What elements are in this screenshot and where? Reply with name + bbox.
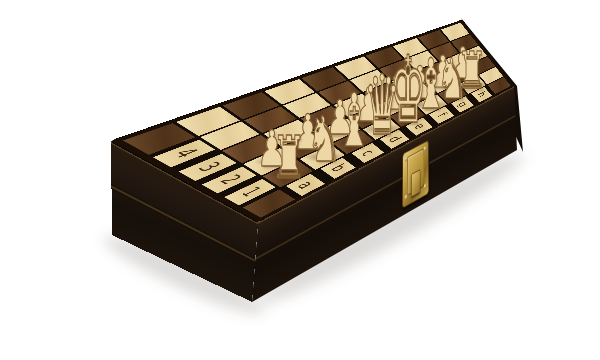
coordinate-text: a: [294, 179, 317, 191]
coordinate-text: b: [328, 162, 349, 174]
brass-latch[interactable]: [402, 140, 429, 209]
coordinate-text: f: [435, 111, 448, 119]
coordinate-text: 3: [193, 160, 224, 174]
coordinate-text: 4: [169, 146, 202, 160]
coordinate-text: g: [456, 100, 469, 109]
coordinate-text: h: [475, 91, 487, 99]
coordinate-text: c: [359, 148, 377, 158]
chess-box-scene: 4321abcdefgh ♜♞♝♛♚♝♞♜♟♟♟♟♟♟♟♟: [0, 0, 600, 360]
coordinate-text: 2: [216, 173, 245, 187]
coordinate-text: d: [386, 134, 403, 144]
coordinate-text: 1: [237, 185, 264, 199]
coordinate-text: e: [411, 122, 427, 131]
